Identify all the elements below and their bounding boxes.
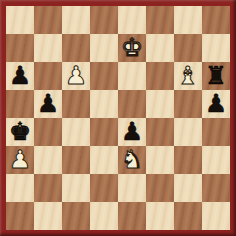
square-a6[interactable]: ♟: [6, 62, 34, 90]
square-d4[interactable]: [90, 118, 118, 146]
square-d2[interactable]: [90, 174, 118, 202]
square-g6[interactable]: ♝: [174, 62, 202, 90]
square-c1[interactable]: [62, 202, 90, 230]
piece-black-pawn[interactable]: ♟: [37, 91, 59, 116]
square-d5[interactable]: [90, 90, 118, 118]
square-g1[interactable]: [174, 202, 202, 230]
square-e7[interactable]: ♚: [118, 34, 146, 62]
piece-white-pawn[interactable]: ♟: [65, 63, 87, 88]
square-f4[interactable]: [146, 118, 174, 146]
square-g3[interactable]: [174, 146, 202, 174]
square-h7[interactable]: [202, 34, 230, 62]
board-frame: ♚♟♟♝♜♟♟♚♟♟♞: [0, 0, 236, 236]
square-b7[interactable]: [34, 34, 62, 62]
square-f3[interactable]: [146, 146, 174, 174]
square-h2[interactable]: [202, 174, 230, 202]
square-h8[interactable]: [202, 6, 230, 34]
piece-white-knight[interactable]: ♞: [121, 147, 143, 172]
square-b6[interactable]: [34, 62, 62, 90]
square-b3[interactable]: [34, 146, 62, 174]
square-c5[interactable]: [62, 90, 90, 118]
square-g8[interactable]: [174, 6, 202, 34]
square-h3[interactable]: [202, 146, 230, 174]
square-h5[interactable]: ♟: [202, 90, 230, 118]
square-b2[interactable]: [34, 174, 62, 202]
square-f6[interactable]: [146, 62, 174, 90]
square-a2[interactable]: [6, 174, 34, 202]
piece-white-bishop[interactable]: ♝: [177, 63, 199, 88]
square-f1[interactable]: [146, 202, 174, 230]
piece-black-pawn[interactable]: ♟: [205, 91, 227, 116]
square-e8[interactable]: [118, 6, 146, 34]
square-h6[interactable]: ♜: [202, 62, 230, 90]
square-f7[interactable]: [146, 34, 174, 62]
square-a3[interactable]: ♟: [6, 146, 34, 174]
square-h4[interactable]: [202, 118, 230, 146]
square-d3[interactable]: [90, 146, 118, 174]
square-c6[interactable]: ♟: [62, 62, 90, 90]
square-g4[interactable]: [174, 118, 202, 146]
square-d8[interactable]: [90, 6, 118, 34]
square-e3[interactable]: ♞: [118, 146, 146, 174]
square-g5[interactable]: [174, 90, 202, 118]
square-d6[interactable]: [90, 62, 118, 90]
square-b1[interactable]: [34, 202, 62, 230]
square-a4[interactable]: ♚: [6, 118, 34, 146]
square-e2[interactable]: [118, 174, 146, 202]
square-a8[interactable]: [6, 6, 34, 34]
square-e1[interactable]: [118, 202, 146, 230]
square-f8[interactable]: [146, 6, 174, 34]
square-f5[interactable]: [146, 90, 174, 118]
square-b5[interactable]: ♟: [34, 90, 62, 118]
piece-black-king[interactable]: ♚: [9, 119, 31, 144]
square-c7[interactable]: [62, 34, 90, 62]
square-f2[interactable]: [146, 174, 174, 202]
square-a7[interactable]: [6, 34, 34, 62]
square-b4[interactable]: [34, 118, 62, 146]
piece-white-king[interactable]: ♚: [121, 35, 143, 60]
square-g2[interactable]: [174, 174, 202, 202]
square-h1[interactable]: [202, 202, 230, 230]
chess-board: ♚♟♟♝♜♟♟♚♟♟♞: [6, 6, 230, 230]
square-c2[interactable]: [62, 174, 90, 202]
piece-black-pawn[interactable]: ♟: [9, 63, 31, 88]
square-a1[interactable]: [6, 202, 34, 230]
square-c8[interactable]: [62, 6, 90, 34]
piece-black-pawn[interactable]: ♟: [121, 119, 143, 144]
square-e6[interactable]: [118, 62, 146, 90]
square-e4[interactable]: ♟: [118, 118, 146, 146]
square-g7[interactable]: [174, 34, 202, 62]
square-d7[interactable]: [90, 34, 118, 62]
square-a5[interactable]: [6, 90, 34, 118]
square-c4[interactable]: [62, 118, 90, 146]
square-c3[interactable]: [62, 146, 90, 174]
square-e5[interactable]: [118, 90, 146, 118]
piece-white-pawn[interactable]: ♟: [9, 147, 31, 172]
square-b8[interactable]: [34, 6, 62, 34]
square-d1[interactable]: [90, 202, 118, 230]
piece-black-rook[interactable]: ♜: [205, 63, 227, 88]
